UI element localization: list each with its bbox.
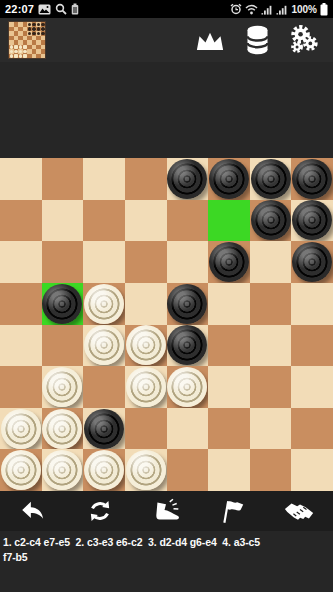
- square-f1[interactable]: [208, 449, 250, 491]
- square-h6[interactable]: [291, 241, 333, 283]
- wifi-icon: [245, 4, 258, 15]
- search-icon: [55, 3, 67, 15]
- square-d1[interactable]: [125, 449, 167, 491]
- white-piece[interactable]: [1, 409, 41, 449]
- square-a1[interactable]: [0, 449, 42, 491]
- square-e1[interactable]: [167, 449, 209, 491]
- square-f6[interactable]: [208, 241, 250, 283]
- square-f5[interactable]: [208, 283, 250, 325]
- move-list-line1: 1. c2-c4 e7-e5 2. c3-e3 e6-c2 3. d2-d4 g…: [3, 535, 330, 550]
- square-d8[interactable]: [125, 158, 167, 200]
- black-piece[interactable]: [167, 159, 207, 199]
- square-a4[interactable]: [0, 325, 42, 367]
- square-d5[interactable]: [125, 283, 167, 325]
- square-a2[interactable]: [0, 408, 42, 450]
- app-icon-cell: [41, 54, 46, 59]
- square-h4[interactable]: [291, 325, 333, 367]
- black-piece[interactable]: [209, 242, 249, 282]
- square-b1[interactable]: [42, 449, 84, 491]
- square-c4[interactable]: [83, 325, 125, 367]
- square-e7[interactable]: [167, 200, 209, 242]
- square-c5[interactable]: [83, 283, 125, 325]
- boot-kick-icon: [151, 498, 181, 524]
- square-h7[interactable]: [291, 200, 333, 242]
- white-piece[interactable]: [167, 367, 207, 407]
- square-h1[interactable]: [291, 449, 333, 491]
- white-piece[interactable]: [84, 284, 124, 324]
- square-h5[interactable]: [291, 283, 333, 325]
- alarm-icon: [230, 3, 242, 15]
- board: [0, 158, 333, 491]
- new-game-button[interactable]: [80, 494, 120, 528]
- square-c1[interactable]: [83, 449, 125, 491]
- settings-gears-icon: [289, 25, 319, 55]
- square-e3[interactable]: [167, 366, 209, 408]
- square-d2[interactable]: [125, 408, 167, 450]
- status-left: 22:07: [5, 3, 79, 15]
- white-piece[interactable]: [42, 409, 82, 449]
- app-icon-mini-board[interactable]: [8, 21, 46, 59]
- square-d6[interactable]: [125, 241, 167, 283]
- square-e5[interactable]: [167, 283, 209, 325]
- signal-icon: [276, 4, 288, 15]
- move-list-line2: f7-b5: [3, 550, 330, 565]
- black-piece[interactable]: [209, 159, 249, 199]
- square-g8[interactable]: [250, 158, 292, 200]
- battery-icon: [320, 3, 328, 16]
- black-piece[interactable]: [84, 409, 124, 449]
- white-piece[interactable]: [1, 450, 41, 490]
- bottom-toolbar: [0, 491, 333, 531]
- square-b8[interactable]: [42, 158, 84, 200]
- image-icon: [38, 4, 51, 15]
- black-piece[interactable]: [167, 325, 207, 365]
- black-piece[interactable]: [292, 159, 332, 199]
- white-piece[interactable]: [42, 450, 82, 490]
- square-g7[interactable]: [250, 200, 292, 242]
- kick-button[interactable]: [146, 494, 186, 528]
- square-g4[interactable]: [250, 325, 292, 367]
- square-b6[interactable]: [42, 241, 84, 283]
- board-top-gap: [0, 62, 333, 158]
- square-g2[interactable]: [250, 408, 292, 450]
- square-f2[interactable]: [208, 408, 250, 450]
- square-h2[interactable]: [291, 408, 333, 450]
- white-piece[interactable]: [126, 325, 166, 365]
- battery-percent-text: 100%: [291, 4, 317, 15]
- square-g3[interactable]: [250, 366, 292, 408]
- square-c6[interactable]: [83, 241, 125, 283]
- square-c2[interactable]: [83, 408, 125, 450]
- black-piece[interactable]: [292, 200, 332, 240]
- resign-button[interactable]: [213, 494, 253, 528]
- toolbar-actions: [195, 25, 325, 55]
- square-b2[interactable]: [42, 408, 84, 450]
- square-f3[interactable]: [208, 366, 250, 408]
- white-piece[interactable]: [42, 367, 82, 407]
- move-list: 1. c2-c4 e7-e5 2. c3-e3 e6-c2 3. d2-d4 g…: [0, 531, 333, 592]
- undo-arrow-icon: [18, 497, 48, 525]
- square-d3[interactable]: [125, 366, 167, 408]
- square-d4[interactable]: [125, 325, 167, 367]
- crown-icon: [195, 30, 225, 51]
- square-e6[interactable]: [167, 241, 209, 283]
- draw-offer-button[interactable]: [280, 494, 320, 528]
- square-g1[interactable]: [250, 449, 292, 491]
- black-piece[interactable]: [167, 284, 207, 324]
- status-right: 100%: [230, 3, 328, 16]
- square-g6[interactable]: [250, 241, 292, 283]
- database-icon: [245, 25, 270, 55]
- square-c7[interactable]: [83, 200, 125, 242]
- app-toolbar: [0, 18, 333, 62]
- database-button[interactable]: [242, 25, 272, 55]
- square-f7[interactable]: [208, 200, 250, 242]
- clock-text: 22:07: [5, 3, 34, 15]
- square-e4[interactable]: [167, 325, 209, 367]
- square-e8[interactable]: [167, 158, 209, 200]
- flag-icon: [219, 498, 247, 525]
- square-h8[interactable]: [291, 158, 333, 200]
- black-piece[interactable]: [292, 242, 332, 282]
- settings-button[interactable]: [289, 25, 319, 55]
- black-piece[interactable]: [42, 284, 82, 324]
- battery-notification-icon: [71, 3, 79, 15]
- square-a8[interactable]: [0, 158, 42, 200]
- square-c3[interactable]: [83, 366, 125, 408]
- square-f8[interactable]: [208, 158, 250, 200]
- square-c8[interactable]: [83, 158, 125, 200]
- white-piece[interactable]: [126, 450, 166, 490]
- white-piece[interactable]: [84, 450, 124, 490]
- white-piece[interactable]: [126, 367, 166, 407]
- square-a3[interactable]: [0, 366, 42, 408]
- square-f4[interactable]: [208, 325, 250, 367]
- square-b7[interactable]: [42, 200, 84, 242]
- square-e2[interactable]: [167, 408, 209, 450]
- undo-button[interactable]: [13, 494, 53, 528]
- status-bar: 22:07: [0, 0, 333, 18]
- phone-screen: 22:07: [0, 0, 333, 592]
- square-a6[interactable]: [0, 241, 42, 283]
- square-a7[interactable]: [0, 200, 42, 242]
- signal-icon: [261, 4, 273, 15]
- black-piece[interactable]: [251, 200, 291, 240]
- square-d7[interactable]: [125, 200, 167, 242]
- square-b4[interactable]: [42, 325, 84, 367]
- crown-button[interactable]: [195, 25, 225, 55]
- black-piece[interactable]: [251, 159, 291, 199]
- handshake-icon: [284, 499, 316, 523]
- square-g5[interactable]: [250, 283, 292, 325]
- refresh-cycle-icon: [86, 497, 114, 525]
- square-a5[interactable]: [0, 283, 42, 325]
- square-b5[interactable]: [42, 283, 84, 325]
- square-h3[interactable]: [291, 366, 333, 408]
- square-b3[interactable]: [42, 366, 84, 408]
- white-piece[interactable]: [84, 325, 124, 365]
